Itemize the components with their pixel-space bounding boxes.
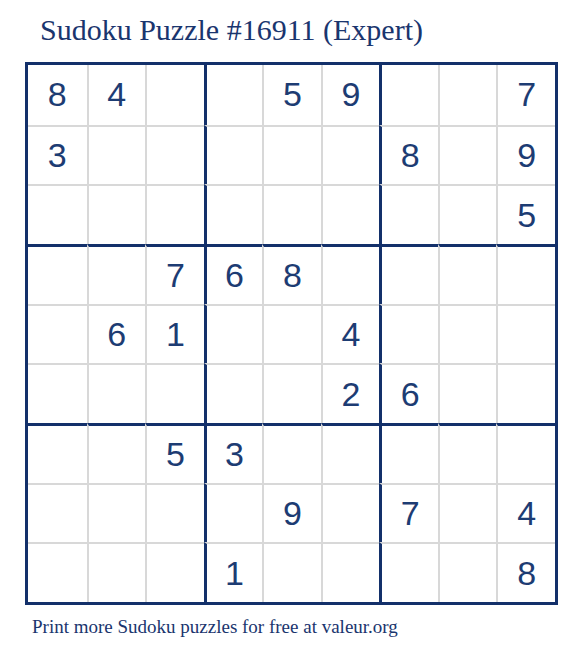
sudoku-cell[interactable] — [438, 184, 497, 244]
sudoku-cell[interactable] — [438, 363, 497, 423]
sudoku-cell[interactable]: 4 — [87, 65, 146, 125]
sudoku-cell[interactable] — [28, 244, 87, 304]
sudoku-cell[interactable] — [379, 304, 438, 364]
footer-text: Print more Sudoku puzzles for free at va… — [32, 615, 398, 639]
sudoku-cell[interactable]: 1 — [145, 304, 204, 364]
sudoku-cell[interactable] — [28, 184, 87, 244]
sudoku-cell[interactable]: 3 — [204, 423, 263, 483]
sudoku-cell[interactable]: 5 — [145, 423, 204, 483]
sudoku-cell[interactable]: 8 — [496, 542, 555, 602]
sudoku-cell[interactable]: 6 — [379, 363, 438, 423]
sudoku-cell[interactable]: 4 — [321, 304, 380, 364]
sudoku-cell[interactable] — [438, 483, 497, 543]
sudoku-cell[interactable] — [145, 483, 204, 543]
sudoku-cell[interactable] — [204, 304, 263, 364]
sudoku-cell[interactable] — [28, 542, 87, 602]
sudoku-cell[interactable] — [145, 542, 204, 602]
page-title: Sudoku Puzzle #16911 (Expert) — [40, 12, 423, 48]
sudoku-cell[interactable]: 7 — [496, 65, 555, 125]
sudoku-cell[interactable] — [438, 542, 497, 602]
sudoku-cell[interactable] — [28, 423, 87, 483]
sudoku-cell[interactable] — [321, 184, 380, 244]
sudoku-cell[interactable] — [438, 244, 497, 304]
sudoku-cell[interactable] — [438, 65, 497, 125]
sudoku-cell[interactable]: 3 — [28, 125, 87, 185]
sudoku-cell[interactable]: 4 — [496, 483, 555, 543]
sudoku-cell[interactable] — [438, 125, 497, 185]
sudoku-cell[interactable]: 8 — [379, 125, 438, 185]
sudoku-cell[interactable] — [321, 542, 380, 602]
sudoku-cell[interactable] — [496, 304, 555, 364]
sudoku-cell[interactable] — [28, 483, 87, 543]
sudoku-cell[interactable] — [145, 363, 204, 423]
sudoku-cell[interactable] — [379, 65, 438, 125]
sudoku-cell[interactable] — [87, 542, 146, 602]
sudoku-cell[interactable] — [145, 184, 204, 244]
sudoku-cell[interactable] — [438, 423, 497, 483]
sudoku-cell[interactable] — [262, 363, 321, 423]
sudoku-cell[interactable] — [321, 125, 380, 185]
sudoku-cell[interactable]: 6 — [204, 244, 263, 304]
sudoku-cell[interactable] — [262, 304, 321, 364]
sudoku-cell[interactable]: 6 — [87, 304, 146, 364]
sudoku-cell[interactable]: 2 — [321, 363, 380, 423]
sudoku-cell[interactable] — [145, 125, 204, 185]
sudoku-cell[interactable] — [87, 363, 146, 423]
sudoku-cell[interactable] — [379, 184, 438, 244]
sudoku-cell[interactable] — [87, 125, 146, 185]
sudoku-cell[interactable] — [87, 244, 146, 304]
sudoku-cell[interactable] — [204, 483, 263, 543]
sudoku-cell[interactable] — [87, 483, 146, 543]
sudoku-cell[interactable] — [204, 184, 263, 244]
sudoku-cell[interactable] — [204, 125, 263, 185]
sudoku-cell[interactable] — [496, 244, 555, 304]
sudoku-cell[interactable] — [262, 423, 321, 483]
sudoku-cell[interactable]: 8 — [262, 244, 321, 304]
sudoku-cell[interactable]: 8 — [28, 65, 87, 125]
sudoku-cell[interactable] — [28, 304, 87, 364]
sudoku-cell[interactable] — [87, 423, 146, 483]
sudoku-cell[interactable] — [379, 542, 438, 602]
sudoku-cell[interactable] — [204, 65, 263, 125]
sudoku-cell[interactable] — [379, 423, 438, 483]
sudoku-cell[interactable]: 9 — [262, 483, 321, 543]
sudoku-cell[interactable] — [379, 244, 438, 304]
sudoku-grid: 845973895768614265397418 — [25, 62, 558, 605]
sudoku-cell[interactable] — [496, 423, 555, 483]
sudoku-cell[interactable]: 7 — [379, 483, 438, 543]
sudoku-cell[interactable]: 9 — [496, 125, 555, 185]
sudoku-cell[interactable]: 1 — [204, 542, 263, 602]
sudoku-cell[interactable] — [87, 184, 146, 244]
sudoku-cell[interactable]: 9 — [321, 65, 380, 125]
sudoku-cell[interactable] — [145, 65, 204, 125]
sudoku-cell[interactable] — [204, 363, 263, 423]
sudoku-cell[interactable] — [262, 125, 321, 185]
sudoku-cell[interactable] — [262, 542, 321, 602]
sudoku-cell[interactable]: 5 — [262, 65, 321, 125]
sudoku-cell[interactable] — [321, 244, 380, 304]
sudoku-cell[interactable] — [321, 483, 380, 543]
sudoku-cell[interactable] — [262, 184, 321, 244]
sudoku-cell[interactable] — [496, 363, 555, 423]
sudoku-cell[interactable] — [28, 363, 87, 423]
sudoku-cell[interactable]: 5 — [496, 184, 555, 244]
sudoku-cell[interactable] — [438, 304, 497, 364]
sudoku-cell[interactable]: 7 — [145, 244, 204, 304]
sudoku-cell[interactable] — [321, 423, 380, 483]
